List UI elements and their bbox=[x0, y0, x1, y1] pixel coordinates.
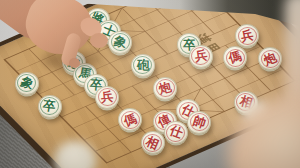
piece-red-cannon[interactable]: 炮 bbox=[258, 47, 282, 70]
piece-black-soldier[interactable]: 卒 bbox=[38, 95, 62, 118]
piece-red-advisor[interactable]: 仕 bbox=[164, 121, 188, 144]
piece-character: 兵 bbox=[194, 49, 208, 63]
piece-red-elephant[interactable]: 相 bbox=[141, 131, 165, 154]
piece-character: 兵 bbox=[240, 29, 255, 44]
piece-red-soldier[interactable]: 兵 bbox=[95, 86, 119, 109]
piece-character: 卒 bbox=[43, 99, 57, 113]
piece-black-elephant[interactable]: 象 bbox=[108, 31, 132, 54]
piece-character: 象 bbox=[113, 35, 128, 50]
piece-character: 砲 bbox=[136, 59, 149, 72]
piece-red-soldier[interactable]: 兵 bbox=[235, 24, 259, 47]
piece-black-advisor[interactable]: 士 bbox=[62, 18, 86, 41]
piece-red-horse[interactable]: 傌 bbox=[118, 108, 142, 131]
piece-red-soldier[interactable]: 兵 bbox=[189, 45, 213, 68]
piece-character: 炮 bbox=[158, 81, 173, 96]
piece-red-cannon[interactable]: 炮 bbox=[153, 77, 177, 100]
piece-black-elephant[interactable]: 象 bbox=[15, 72, 39, 95]
piece-character: 兵 bbox=[101, 90, 115, 104]
piece-red-general[interactable]: 帥 bbox=[187, 111, 211, 134]
xiangqi-photo-scene: 楚河 漢界 士將士象砲象馬卒卒砲卒兵兵兵炮傌傌炮俥仕相仕帥相 bbox=[0, 0, 300, 168]
piece-black-cannon[interactable]: 砲 bbox=[131, 54, 155, 77]
piece-red-horse[interactable]: 傌 bbox=[223, 46, 247, 69]
